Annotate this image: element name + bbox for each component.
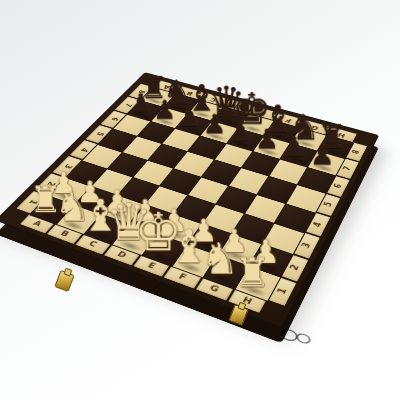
piece-black-pawn-c7: ♟	[177, 105, 200, 131]
board-face: ABCDEFGH ABCDEFGH 87654321 87654321 ♜♞♝♛…	[0, 72, 379, 328]
chess-board: ABCDEFGH ABCDEFGH 87654321 87654321 ♜♞♝♛…	[0, 72, 379, 328]
photo-background: ABCDEFGH ABCDEFGH 87654321 87654321 ♜♞♝♛…	[0, 0, 400, 400]
piece-white-rook-h1: ♜	[235, 252, 271, 292]
squares-grid: ♜♞♝♛♚♝♞♜♟♟♟♟♟♟♟♟♟♟♟♟♟♟♟♟♜♞♝♛♚♝♞♜	[29, 87, 354, 302]
piece-black-pawn-e7: ♟	[228, 119, 252, 146]
piece-black-pawn-f7: ♟	[255, 126, 279, 153]
piece-black-pawn-d7: ♟	[203, 112, 227, 138]
brass-clasp-left	[54, 270, 74, 292]
piece-black-pawn-b7: ♟	[153, 98, 176, 124]
engraved-circle	[295, 332, 312, 346]
piece-black-pawn-g7: ♟	[282, 134, 307, 161]
piece-black-pawn-h7: ♟	[310, 142, 335, 170]
